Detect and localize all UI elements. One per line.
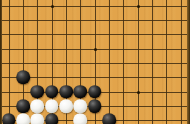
white-stone[interactable]: [45, 99, 59, 113]
white-stone[interactable]: [74, 99, 88, 113]
black-stone[interactable]: [59, 85, 73, 99]
go-board[interactable]: [0, 0, 190, 124]
black-stone[interactable]: [74, 85, 88, 99]
stones-layer: [0, 0, 190, 124]
white-stone[interactable]: [31, 114, 45, 124]
black-stone[interactable]: [102, 114, 116, 124]
black-stone[interactable]: [16, 99, 30, 113]
black-stone[interactable]: [31, 85, 45, 99]
black-stone[interactable]: [45, 85, 59, 99]
black-stone[interactable]: [45, 114, 59, 124]
black-stone[interactable]: [16, 71, 30, 85]
black-stone[interactable]: [88, 85, 102, 99]
white-stone[interactable]: [31, 99, 45, 113]
white-stone[interactable]: [59, 99, 73, 113]
white-stone[interactable]: [74, 114, 88, 124]
white-stone[interactable]: [16, 114, 30, 124]
black-stone[interactable]: [2, 114, 16, 124]
black-stone[interactable]: [88, 99, 102, 113]
